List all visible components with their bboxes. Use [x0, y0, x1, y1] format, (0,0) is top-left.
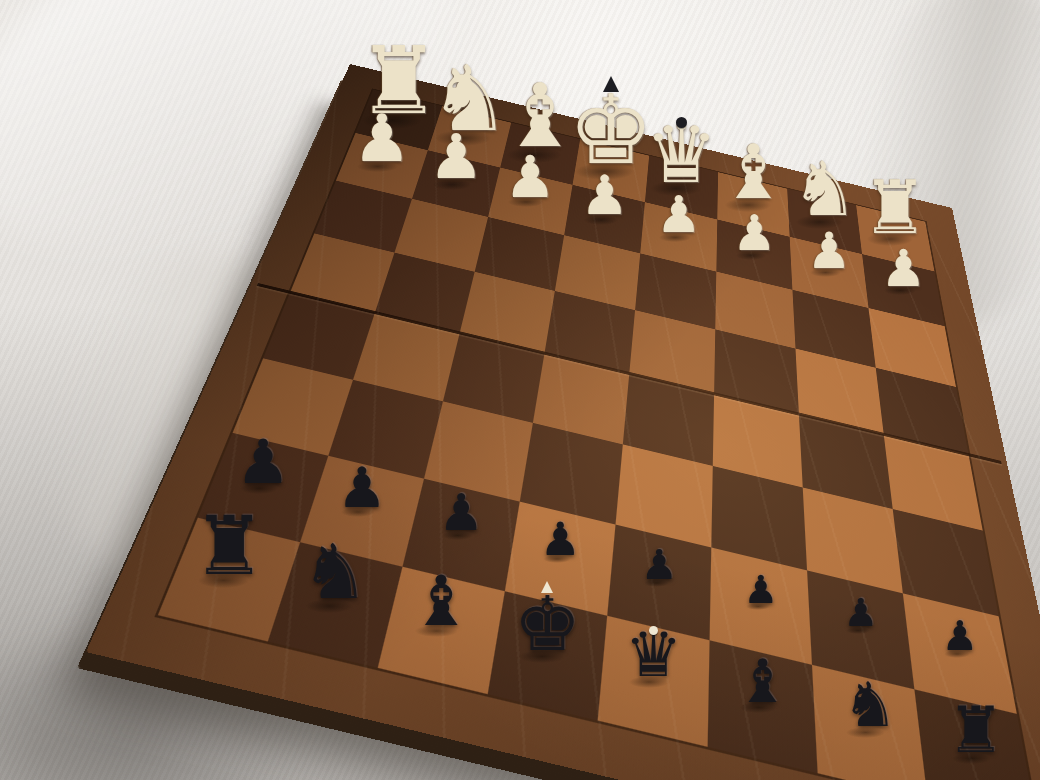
piece-white-pawn-e2[interactable]: ♟	[577, 169, 631, 223]
piece-black-bishop-f8[interactable]: ♝	[407, 567, 476, 636]
piece-white-pawn-c2[interactable]: ♟	[730, 209, 779, 258]
piece-white-pawn-g2[interactable]: ♟	[425, 127, 487, 189]
piece-black-knight-b8[interactable]: ♞	[839, 675, 901, 737]
piece-white-knight-b1[interactable]: ♞	[787, 153, 862, 228]
piece-white-rook-a1[interactable]: ♜	[858, 170, 932, 244]
piece-black-pawn-c7[interactable]: ♟	[741, 571, 780, 610]
piece-black-pawn-f7[interactable]: ♟	[436, 488, 487, 539]
piece-white-pawn-b2[interactable]: ♟	[804, 227, 854, 277]
piece-white-pawn-h2[interactable]: ♟	[349, 106, 415, 172]
piece-white-pawn-f2[interactable]: ♟	[501, 148, 559, 206]
photo-scene: ♜♞♝♛♚♝♞♜♟♟♟♟♟♟♟♟♟♟♟♟♟♟♟♟♜♞♝♛♚♝♞♜	[0, 0, 1040, 780]
piece-white-bishop-c1[interactable]: ♝	[716, 135, 791, 210]
piece-black-king-e8[interactable]: ♚	[510, 587, 585, 662]
piece-white-pawn-d2[interactable]: ♟	[653, 190, 704, 241]
piece-black-pawn-e7[interactable]: ♟	[537, 517, 583, 563]
piece-black-pawn-d7[interactable]: ♟	[639, 545, 680, 586]
piece-black-pawn-a7[interactable]: ♟	[939, 616, 980, 657]
piece-black-rook-a8[interactable]: ♜	[944, 699, 1008, 763]
piece-black-knight-g8[interactable]: ♞	[297, 535, 373, 611]
piece-black-queen-d8[interactable]: ♛	[622, 622, 686, 686]
piece-black-pawn-g7[interactable]: ♟	[334, 460, 390, 516]
piece-white-pawn-a2[interactable]: ♟	[878, 243, 929, 294]
piece-black-bishop-c8[interactable]: ♝	[733, 652, 793, 712]
piece-white-queen-d1[interactable]: ♛	[641, 113, 722, 194]
piece-black-pawn-b7[interactable]: ♟	[841, 594, 880, 633]
piece-black-rook-h8[interactable]: ♜	[188, 505, 269, 586]
piece-black-pawn-h7[interactable]: ♟	[233, 431, 294, 492]
